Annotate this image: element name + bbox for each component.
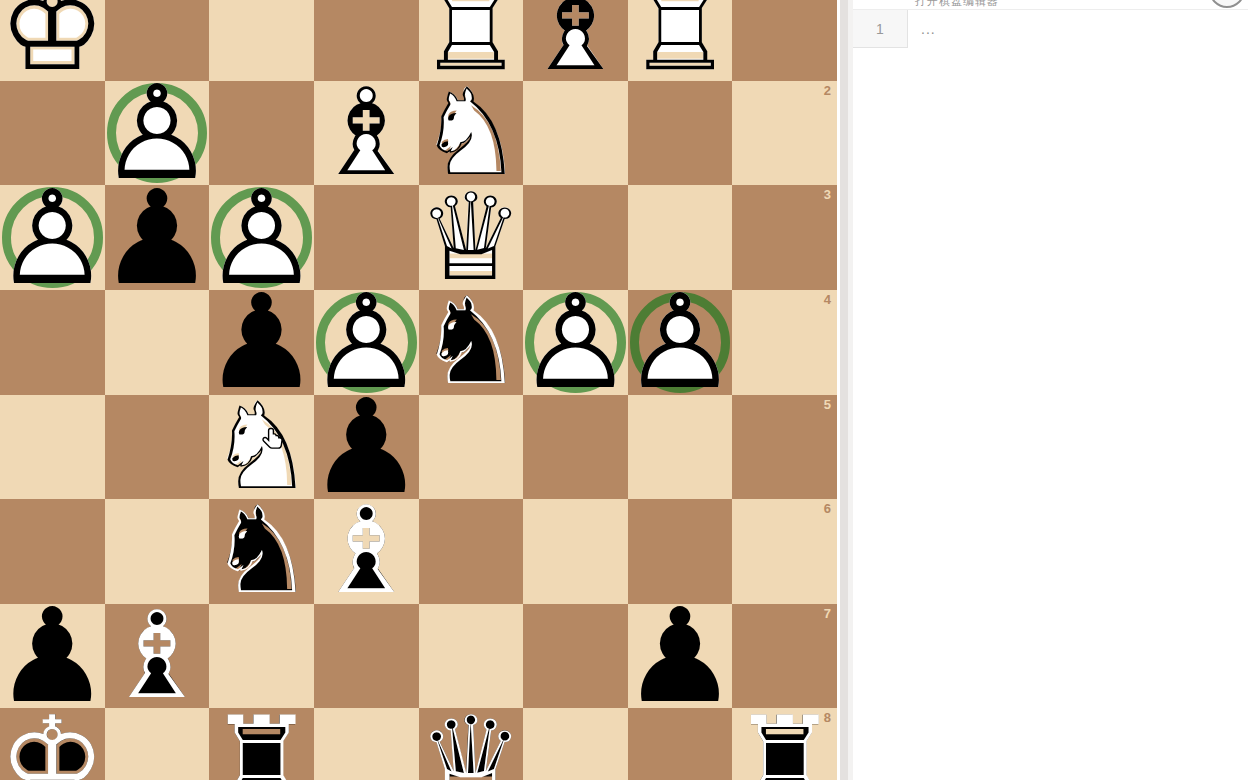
square-h5[interactable]	[0, 395, 105, 500]
square-h7[interactable]: ♟	[0, 604, 105, 709]
square-b3[interactable]	[628, 185, 733, 290]
black-pawn[interactable]: ♟	[0, 604, 105, 709]
white-pawn[interactable]: ♟♙	[628, 290, 733, 395]
black-queen[interactable]: ♛♕	[419, 708, 524, 780]
square-f7[interactable]	[209, 604, 314, 709]
rank-label: 7	[824, 607, 831, 620]
panel-top-text: 打开棋盘编辑器	[915, 0, 999, 9]
square-e6[interactable]: ♝♗	[314, 499, 419, 604]
square-g4[interactable]	[105, 290, 210, 395]
white-queen[interactable]: ♛♕	[419, 185, 524, 290]
square-h1[interactable]: ♚♔	[0, 0, 105, 81]
black-bishop[interactable]: ♝♗	[105, 604, 210, 709]
black-bishop[interactable]: ♝♗	[314, 499, 419, 604]
white-knight[interactable]: ♞♘	[419, 81, 524, 186]
white-bishop[interactable]: ♝♗	[523, 0, 628, 81]
square-d6[interactable]	[419, 499, 524, 604]
square-c2[interactable]	[523, 81, 628, 186]
square-d8[interactable]: ♛♕	[419, 708, 524, 780]
rank-label: 3	[824, 188, 831, 201]
square-c5[interactable]	[523, 395, 628, 500]
toggle-pill-button[interactable]	[1209, 0, 1245, 8]
square-f2[interactable]	[209, 81, 314, 186]
black-rook[interactable]: ♜♖	[732, 708, 837, 780]
square-h2[interactable]	[0, 81, 105, 186]
square-a2[interactable]: 2	[732, 81, 837, 186]
square-g1[interactable]	[105, 0, 210, 81]
square-d2[interactable]: ♞♘	[419, 81, 524, 186]
square-c8[interactable]	[523, 708, 628, 780]
square-f8[interactable]: ♜♖	[209, 708, 314, 780]
rank-label: 8	[824, 711, 831, 724]
square-d5[interactable]	[419, 395, 524, 500]
square-f4[interactable]: ♟	[209, 290, 314, 395]
square-b7[interactable]: ♟	[628, 604, 733, 709]
square-a8[interactable]: ♜♖8	[732, 708, 837, 780]
square-h4[interactable]	[0, 290, 105, 395]
white-pawn[interactable]: ♟♙	[523, 290, 628, 395]
rank-label: 4	[824, 293, 831, 306]
square-d7[interactable]	[419, 604, 524, 709]
square-a3[interactable]: 3	[732, 185, 837, 290]
square-e3[interactable]	[314, 185, 419, 290]
square-g2[interactable]: ♟♙	[105, 81, 210, 186]
black-pawn[interactable]: ♟	[209, 290, 314, 395]
black-pawn[interactable]: ♟	[628, 604, 733, 709]
square-h3[interactable]: ♟♙	[0, 185, 105, 290]
square-e5[interactable]: ♟	[314, 395, 419, 500]
square-g3[interactable]: ♟	[105, 185, 210, 290]
square-a7[interactable]: 7	[732, 604, 837, 709]
square-b6[interactable]	[628, 499, 733, 604]
black-pawn[interactable]: ♟	[105, 185, 210, 290]
square-e4[interactable]: ♟♙	[314, 290, 419, 395]
square-d1[interactable]: ♜♖	[419, 0, 524, 81]
square-a4[interactable]: 4	[732, 290, 837, 395]
white-bishop[interactable]: ♝♗	[314, 81, 419, 186]
cursor-hand-icon	[260, 426, 286, 454]
square-f6[interactable]: ♞♘	[209, 499, 314, 604]
black-pawn[interactable]: ♟	[314, 395, 419, 500]
analysis-panel: 打开棋盘编辑器 1 ...	[853, 0, 1248, 780]
move-list-row: 1 ...	[853, 9, 1248, 48]
square-a1[interactable]: 1	[732, 0, 837, 81]
square-c7[interactable]	[523, 604, 628, 709]
rank-label: 6	[824, 502, 831, 515]
square-b5[interactable]	[628, 395, 733, 500]
square-e2[interactable]: ♝♗	[314, 81, 419, 186]
square-f3[interactable]: ♟♙	[209, 185, 314, 290]
square-a5[interactable]: 5	[732, 395, 837, 500]
rank-label: 5	[824, 398, 831, 411]
square-f1[interactable]	[209, 0, 314, 81]
square-c1[interactable]: ♝♗	[523, 0, 628, 81]
rank-label: 2	[824, 84, 831, 97]
square-c3[interactable]	[523, 185, 628, 290]
square-c6[interactable]	[523, 499, 628, 604]
square-b8[interactable]	[628, 708, 733, 780]
black-rook[interactable]: ♜♖	[209, 708, 314, 780]
white-pawn[interactable]: ♟♙	[0, 185, 105, 290]
square-a6[interactable]: 6	[732, 499, 837, 604]
square-e1[interactable]	[314, 0, 419, 81]
white-pawn[interactable]: ♟♙	[105, 81, 210, 186]
black-king[interactable]: ♚♔	[0, 708, 105, 780]
scrollbar[interactable]	[837, 0, 853, 780]
square-e7[interactable]	[314, 604, 419, 709]
square-d4[interactable]: ♞♘	[419, 290, 524, 395]
square-d3[interactable]: ♛♕	[419, 185, 524, 290]
board-area: ♚♔♜♖♝♗♜♖1♟♙♝♗♞♘2♟♙♟♟♙♛♕3♟♟♙♞♘♟♙♟♙4♞♘♟5♞♘…	[0, 0, 837, 780]
square-g8[interactable]	[105, 708, 210, 780]
black-knight[interactable]: ♞♘	[209, 499, 314, 604]
white-pawn[interactable]: ♟♙	[314, 290, 419, 395]
square-b4[interactable]: ♟♙	[628, 290, 733, 395]
move-cell[interactable]: ...	[908, 10, 936, 48]
square-h6[interactable]	[0, 499, 105, 604]
square-b2[interactable]	[628, 81, 733, 186]
white-pawn[interactable]: ♟♙	[209, 185, 314, 290]
square-g5[interactable]	[105, 395, 210, 500]
square-e8[interactable]	[314, 708, 419, 780]
white-king[interactable]: ♚♔	[0, 0, 105, 81]
square-c4[interactable]: ♟♙	[523, 290, 628, 395]
square-b1[interactable]: ♜♖	[628, 0, 733, 81]
square-g7[interactable]: ♝♗	[105, 604, 210, 709]
square-h8[interactable]: ♚♔	[0, 708, 105, 780]
chess-board: ♚♔♜♖♝♗♜♖1♟♙♝♗♞♘2♟♙♟♟♙♛♕3♟♟♙♞♘♟♙♟♙4♞♘♟5♞♘…	[0, 0, 837, 780]
white-rook[interactable]: ♜♖	[419, 0, 524, 81]
black-knight[interactable]: ♞♘	[419, 290, 524, 395]
white-rook[interactable]: ♜♖	[628, 0, 733, 81]
square-g6[interactable]	[105, 499, 210, 604]
move-number-cell: 1	[853, 10, 908, 48]
